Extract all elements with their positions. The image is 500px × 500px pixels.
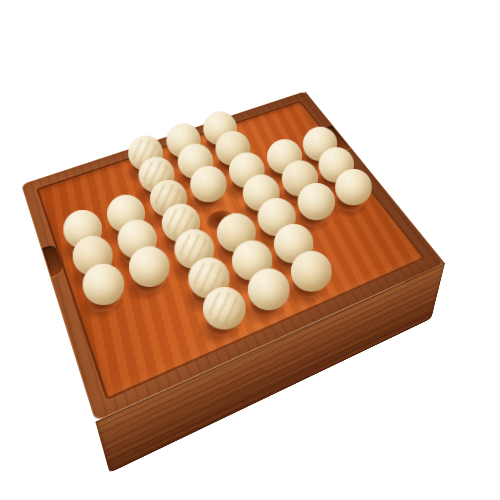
marble[interactable] [298,183,335,220]
product-photo-stage [0,0,500,500]
wooden-solitaire-box [21,91,445,422]
marble[interactable] [291,251,332,292]
marble[interactable] [248,268,290,310]
board-hole-r7c3[interactable] [194,298,255,349]
marble[interactable] [82,264,124,306]
marble[interactable] [129,247,170,288]
marble[interactable] [202,287,245,330]
sliding-lid-board [36,101,425,400]
board-hole-r7c4[interactable] [238,280,298,329]
marble[interactable] [190,166,226,202]
photo-scene [0,0,500,500]
